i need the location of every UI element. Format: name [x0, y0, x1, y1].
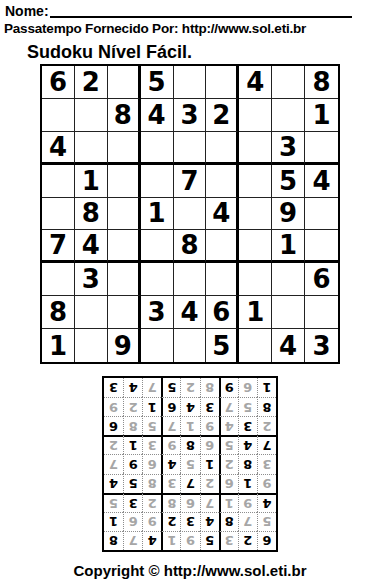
- sudoku-cell-empty[interactable]: [141, 329, 174, 362]
- solution-cell-given: 4: [200, 512, 219, 531]
- sudoku-cell-given: 4: [272, 329, 305, 362]
- sudoku-cell-given: 8: [108, 99, 141, 132]
- sudoku-cell-empty[interactable]: [108, 66, 141, 99]
- sudoku-cell-given: 9: [108, 329, 141, 362]
- name-row: Nome:: [5, 3, 352, 18]
- sudoku-cell-given: 1: [75, 165, 108, 198]
- provider-line: Passatempo Fornecido Por: http://www.sol…: [4, 22, 378, 36]
- solution-cell-solved: 2: [142, 493, 161, 512]
- solution-cell-given: 4: [104, 474, 123, 493]
- sudoku-cell-empty[interactable]: [174, 66, 207, 99]
- sudoku-cell-given: 3: [174, 99, 207, 132]
- sudoku-cell-empty[interactable]: [108, 230, 141, 263]
- sudoku-cell-given: 8: [174, 230, 207, 263]
- sudoku-cell-given: 2: [206, 99, 239, 132]
- solution-cell-given: 4: [257, 493, 276, 512]
- sudoku-cell-empty[interactable]: [272, 296, 305, 329]
- sudoku-cell-given: 5: [206, 329, 239, 362]
- solution-cell-given: 6: [257, 531, 276, 550]
- sudoku-cell-empty[interactable]: [108, 296, 141, 329]
- sudoku-board: 625488432143175481497481368346119543: [40, 64, 340, 364]
- sudoku-cell-given: 1: [272, 230, 305, 263]
- solution-cell-solved: 9: [104, 397, 123, 416]
- solution-cell-solved: 8: [123, 416, 142, 435]
- sudoku-cell-empty[interactable]: [42, 198, 75, 231]
- solution-cell-solved: 9: [161, 435, 180, 454]
- sudoku-cell-given: 1: [141, 198, 174, 231]
- solution-cell-given: 7: [257, 435, 276, 454]
- solution-cell-solved: 7: [161, 416, 180, 435]
- sudoku-cell-given: 3: [272, 132, 305, 165]
- solution-cell-solved: 6: [200, 435, 219, 454]
- sudoku-cell-empty[interactable]: [239, 263, 272, 296]
- sudoku-cell-given: 7: [174, 165, 207, 198]
- sudoku-cell-given: 4: [75, 230, 108, 263]
- solution-cell-solved: 2: [104, 435, 123, 454]
- solution-cell-solved: 8: [200, 378, 219, 397]
- solution-cell-given: 3: [123, 493, 142, 512]
- sudoku-cell-empty[interactable]: [305, 132, 338, 165]
- solution-cell-solved: 9: [180, 531, 199, 550]
- solution-cell-solved: 7: [142, 378, 161, 397]
- solution-cell-solved: 6: [123, 512, 142, 531]
- sudoku-cell-empty[interactable]: [174, 263, 207, 296]
- sudoku-cell-given: 4: [42, 132, 75, 165]
- solution-cell-given: 4: [161, 454, 180, 473]
- sudoku-cell-given: 1: [239, 296, 272, 329]
- sudoku-cell-empty[interactable]: [42, 99, 75, 132]
- sudoku-cell-given: 4: [206, 198, 239, 231]
- sudoku-cell-empty[interactable]: [174, 198, 207, 231]
- solution-cell-given: 8: [180, 435, 199, 454]
- solution-cell-solved: 6: [142, 454, 161, 473]
- sudoku-cell-empty[interactable]: [42, 165, 75, 198]
- sudoku-cell-empty[interactable]: [141, 132, 174, 165]
- solution-cell-solved: 6: [180, 493, 199, 512]
- sudoku-cell-empty[interactable]: [305, 198, 338, 231]
- solution-cell-given: 5: [123, 474, 142, 493]
- solution-cell-given: 3: [104, 378, 123, 397]
- solution-cell-solved: 5: [180, 454, 199, 473]
- name-label: Nome:: [5, 4, 49, 18]
- solution-cell-given: 9: [219, 378, 238, 397]
- sudoku-cell-empty[interactable]: [108, 132, 141, 165]
- solution-cell-given: 8: [104, 531, 123, 550]
- sudoku-solution-board-rotated-180: 6235914785784329614917682359162738543821…: [102, 376, 278, 552]
- solution-cell-solved: 8: [142, 474, 161, 493]
- sudoku-cell-empty[interactable]: [239, 230, 272, 263]
- sudoku-cell-given: 6: [42, 66, 75, 99]
- sudoku-cell-given: 6: [305, 263, 338, 296]
- solution-cell-given: 5: [161, 378, 180, 397]
- solution-cell-solved: 3: [219, 531, 238, 550]
- sudoku-cell-given: 3: [141, 296, 174, 329]
- solution-cell-given: 1: [104, 512, 123, 531]
- sudoku-cell-empty[interactable]: [141, 165, 174, 198]
- sudoku-cell-empty[interactable]: [239, 99, 272, 132]
- sudoku-cell-empty[interactable]: [305, 230, 338, 263]
- sudoku-cell-given: 9: [272, 198, 305, 231]
- sudoku-cell-given: 8: [75, 198, 108, 231]
- solution-cell-solved: 6: [219, 474, 238, 493]
- solution-cell-given: 4: [238, 435, 257, 454]
- solution-cell-solved: 9: [257, 474, 276, 493]
- solution-cell-given: 7: [180, 474, 199, 493]
- sudoku-cell-empty[interactable]: [42, 263, 75, 296]
- solution-cell-solved: 2: [219, 454, 238, 473]
- solution-cell-solved: 1: [180, 416, 199, 435]
- solution-cell-solved: 3: [142, 435, 161, 454]
- solution-cell-solved: 5: [104, 493, 123, 512]
- sudoku-cell-given: 1: [42, 329, 75, 362]
- sudoku-cell-given: 4: [141, 99, 174, 132]
- solution-cell-given: 4: [142, 531, 161, 550]
- solution-cell-solved: 8: [161, 493, 180, 512]
- sudoku-cell-empty[interactable]: [206, 263, 239, 296]
- solution-cell-given: 1: [238, 474, 257, 493]
- solution-cell-solved: 9: [238, 493, 257, 512]
- solution-cell-given: 3: [180, 512, 199, 531]
- solution-cell-given: 4: [123, 378, 142, 397]
- sudoku-cell-empty[interactable]: [75, 99, 108, 132]
- sudoku-worksheet-page: Nome: Passatempo Fornecido Por: http://w…: [0, 3, 380, 585]
- solution-cell-given: 2: [238, 531, 257, 550]
- sudoku-cell-given: 5: [272, 165, 305, 198]
- solution-cell-given: 1: [200, 454, 219, 473]
- sudoku-cell-given: 4: [305, 165, 338, 198]
- solution-cell-given: 8: [257, 397, 276, 416]
- sudoku-cell-given: 3: [305, 329, 338, 362]
- solution-cell-given: 6: [161, 397, 180, 416]
- sudoku-cell-empty[interactable]: [108, 263, 141, 296]
- solution-cell-given: 1: [142, 397, 161, 416]
- sudoku-cell-given: 4: [174, 296, 207, 329]
- solution-cell-given: 9: [123, 454, 142, 473]
- sudoku-cell-empty[interactable]: [174, 132, 207, 165]
- sudoku-cell-given: 4: [239, 66, 272, 99]
- sudoku-cell-given: 8: [42, 296, 75, 329]
- solution-cell-solved: 5: [238, 397, 257, 416]
- solution-cell-solved: 7: [219, 397, 238, 416]
- solution-cell-solved: 2: [257, 416, 276, 435]
- sudoku-cell-empty[interactable]: [174, 329, 207, 362]
- sudoku-cell-empty[interactable]: [239, 329, 272, 362]
- solution-cell-solved: 6: [238, 378, 257, 397]
- sudoku-cell-given: 8: [305, 66, 338, 99]
- solution-cell-solved: 3: [257, 454, 276, 473]
- sudoku-cell-given: 3: [75, 263, 108, 296]
- solution-cell-solved: 5: [219, 435, 238, 454]
- sudoku-cell-empty[interactable]: [141, 230, 174, 263]
- sudoku-cell-empty[interactable]: [272, 99, 305, 132]
- sudoku-cell-empty[interactable]: [272, 263, 305, 296]
- sudoku-cell-given: 6: [206, 296, 239, 329]
- sudoku-cell-empty[interactable]: [206, 165, 239, 198]
- sudoku-cell-empty[interactable]: [108, 198, 141, 231]
- name-fill-line[interactable]: [50, 3, 352, 18]
- solution-cell-solved: 7: [238, 512, 257, 531]
- solution-cell-solved: 2: [180, 378, 199, 397]
- sudoku-cell-empty[interactable]: [272, 66, 305, 99]
- solution-cell-given: 4: [180, 397, 199, 416]
- sudoku-cell-given: 1: [305, 99, 338, 132]
- solution-cell-given: 6: [104, 416, 123, 435]
- sudoku-cell-empty[interactable]: [206, 132, 239, 165]
- solution-cell-given: 3: [238, 416, 257, 435]
- sudoku-cell-empty[interactable]: [206, 230, 239, 263]
- solution-cell-solved: 3: [161, 474, 180, 493]
- page-title: Sudoku Nível Fácil.: [27, 42, 380, 62]
- solution-cell-solved: 7: [200, 493, 219, 512]
- sudoku-cell-empty[interactable]: [239, 132, 272, 165]
- solution-cell-solved: 4: [219, 416, 238, 435]
- sudoku-cell-empty[interactable]: [239, 165, 272, 198]
- solution-cell-solved: 5: [257, 512, 276, 531]
- solution-cell-solved: 9: [200, 416, 219, 435]
- sudoku-cell-given: 2: [75, 66, 108, 99]
- solution-cell-given: 5: [200, 531, 219, 550]
- solution-cell-solved: 5: [142, 416, 161, 435]
- solution-cell-solved: 7: [123, 531, 142, 550]
- sudoku-cell-given: 7: [42, 230, 75, 263]
- solution-cell-given: 8: [219, 512, 238, 531]
- solution-cell-solved: 9: [142, 512, 161, 531]
- solution-cell-solved: 1: [219, 493, 238, 512]
- solution-cell-solved: 1: [161, 531, 180, 550]
- solution-cell-solved: 2: [200, 474, 219, 493]
- solution-cell-given: 1: [257, 378, 276, 397]
- sudoku-cell-empty[interactable]: [108, 165, 141, 198]
- sudoku-cell-empty[interactable]: [239, 198, 272, 231]
- solution-cell-given: 1: [123, 435, 142, 454]
- solution-cell-solved: 2: [123, 397, 142, 416]
- copyright-line: Copyright © http://www.sol.eti.br: [0, 563, 380, 579]
- solution-cell-given: 2: [161, 512, 180, 531]
- sudoku-cell-empty[interactable]: [206, 66, 239, 99]
- sudoku-cell-empty[interactable]: [305, 296, 338, 329]
- solution-cell-solved: 7: [104, 454, 123, 473]
- sudoku-cell-given: 5: [141, 66, 174, 99]
- solution-cell-given: 8: [238, 454, 257, 473]
- sudoku-cell-empty[interactable]: [75, 132, 108, 165]
- sudoku-cell-empty[interactable]: [75, 296, 108, 329]
- sudoku-cell-empty[interactable]: [75, 329, 108, 362]
- sudoku-cell-empty[interactable]: [141, 263, 174, 296]
- solution-cell-given: 3: [200, 397, 219, 416]
